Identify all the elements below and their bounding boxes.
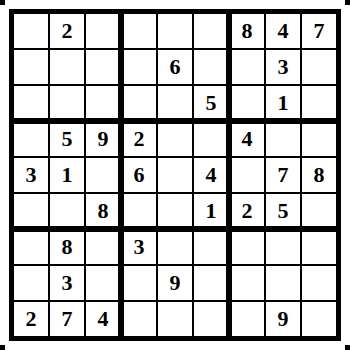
cell-r9c2: 7 — [50, 302, 84, 336]
cell-r2c8: 3 — [266, 50, 300, 84]
cell-r5c3[interactable] — [86, 158, 120, 192]
cell-r7c9[interactable] — [302, 230, 336, 264]
cell-r7c1[interactable] — [14, 230, 48, 264]
cell-r5c5[interactable] — [158, 158, 192, 192]
cell-r2c1[interactable] — [14, 50, 48, 84]
cell-r5c2: 1 — [50, 158, 84, 192]
cell-r3c8: 1 — [266, 86, 300, 120]
cell-r1c7: 8 — [230, 14, 264, 48]
cell-r1c9: 7 — [302, 14, 336, 48]
cell-r5c9: 8 — [302, 158, 336, 192]
cell-r1c6[interactable] — [194, 14, 228, 48]
cell-r8c5: 9 — [158, 266, 192, 300]
corner-mark-bottom-right — [345, 345, 350, 350]
cell-r9c6[interactable] — [194, 302, 228, 336]
cell-r8c4[interactable] — [122, 266, 156, 300]
box-divider-vertical-1 — [118, 14, 124, 336]
box-divider-horizontal-1 — [14, 118, 336, 124]
cell-r6c7: 2 — [230, 194, 264, 228]
cell-r2c3[interactable] — [86, 50, 120, 84]
cell-r2c9[interactable] — [302, 50, 336, 84]
cell-r8c6[interactable] — [194, 266, 228, 300]
cell-r6c8: 5 — [266, 194, 300, 228]
cell-r8c2: 3 — [50, 266, 84, 300]
cell-r2c7[interactable] — [230, 50, 264, 84]
corner-mark-bottom-left — [0, 345, 5, 350]
box-divider-horizontal-2 — [14, 226, 336, 232]
cell-r3c2[interactable] — [50, 86, 84, 120]
cell-r3c1[interactable] — [14, 86, 48, 120]
cell-r5c6: 4 — [194, 158, 228, 192]
cell-r4c7: 4 — [230, 122, 264, 156]
cell-r6c6: 1 — [194, 194, 228, 228]
cell-r2c2[interactable] — [50, 50, 84, 84]
cell-r7c6[interactable] — [194, 230, 228, 264]
cell-r9c8: 9 — [266, 302, 300, 336]
cell-r7c5[interactable] — [158, 230, 192, 264]
cell-r8c7[interactable] — [230, 266, 264, 300]
cell-r6c4[interactable] — [122, 194, 156, 228]
cell-r1c3[interactable] — [86, 14, 120, 48]
cell-r1c4[interactable] — [122, 14, 156, 48]
cell-r4c4: 2 — [122, 122, 156, 156]
cell-r7c7[interactable] — [230, 230, 264, 264]
cell-r9c3: 4 — [86, 302, 120, 336]
cell-r4c1[interactable] — [14, 122, 48, 156]
cell-r8c1[interactable] — [14, 266, 48, 300]
cell-r7c8[interactable] — [266, 230, 300, 264]
sudoku-page: 284763515924316478812583392749 — [0, 0, 350, 350]
cell-r1c1[interactable] — [14, 14, 48, 48]
cell-r7c2: 8 — [50, 230, 84, 264]
cell-r9c5[interactable] — [158, 302, 192, 336]
cell-r3c3[interactable] — [86, 86, 120, 120]
cell-r9c1: 2 — [14, 302, 48, 336]
cell-r4c2: 5 — [50, 122, 84, 156]
cell-r1c5[interactable] — [158, 14, 192, 48]
cell-r4c5[interactable] — [158, 122, 192, 156]
cell-r9c7[interactable] — [230, 302, 264, 336]
cell-r2c6[interactable] — [194, 50, 228, 84]
cell-r4c8[interactable] — [266, 122, 300, 156]
sudoku-board: 284763515924316478812583392749 — [9, 9, 341, 341]
cell-r3c9[interactable] — [302, 86, 336, 120]
cell-r2c4[interactable] — [122, 50, 156, 84]
cell-r1c2: 2 — [50, 14, 84, 48]
cell-r5c4: 6 — [122, 158, 156, 192]
cell-r4c3: 9 — [86, 122, 120, 156]
cell-r3c6: 5 — [194, 86, 228, 120]
cell-r6c1[interactable] — [14, 194, 48, 228]
cell-r8c3[interactable] — [86, 266, 120, 300]
cell-r4c6[interactable] — [194, 122, 228, 156]
cell-r6c9[interactable] — [302, 194, 336, 228]
cell-r5c8: 7 — [266, 158, 300, 192]
cell-r5c1: 3 — [14, 158, 48, 192]
corner-mark-top-left — [0, 0, 5, 5]
cell-r3c5[interactable] — [158, 86, 192, 120]
cell-r8c8[interactable] — [266, 266, 300, 300]
cell-r5c7[interactable] — [230, 158, 264, 192]
cell-r3c4[interactable] — [122, 86, 156, 120]
box-divider-vertical-2 — [226, 14, 232, 336]
corner-mark-top-right — [345, 0, 350, 5]
cell-r9c9[interactable] — [302, 302, 336, 336]
cell-r4c9[interactable] — [302, 122, 336, 156]
cell-r9c4[interactable] — [122, 302, 156, 336]
cell-r2c5: 6 — [158, 50, 192, 84]
cell-r1c8: 4 — [266, 14, 300, 48]
cell-r8c9[interactable] — [302, 266, 336, 300]
cell-r3c7[interactable] — [230, 86, 264, 120]
cell-r7c4: 3 — [122, 230, 156, 264]
cell-r6c3: 8 — [86, 194, 120, 228]
cell-r6c2[interactable] — [50, 194, 84, 228]
cell-r6c5[interactable] — [158, 194, 192, 228]
cell-r7c3[interactable] — [86, 230, 120, 264]
